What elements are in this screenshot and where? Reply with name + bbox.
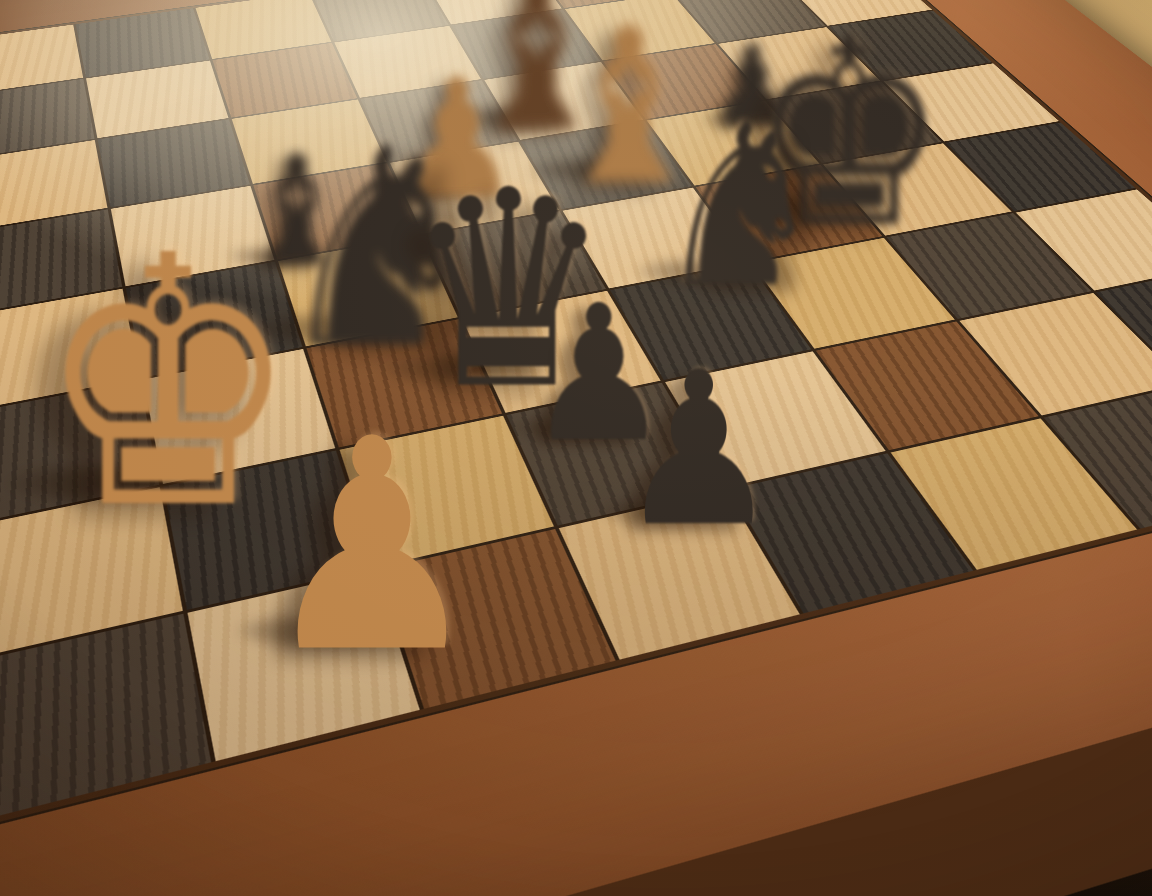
black-pawn-near[interactable]: ♟	[618, 344, 780, 556]
white-pawn-near[interactable]: ♟	[261, 400, 484, 692]
pieces-layer: ♝♟♝♟♚♝♞♞♛♟♚♟♟	[0, 0, 1152, 896]
black-knight-right[interactable]: ♞	[654, 94, 825, 319]
chess-photo-scene: ♝♟♝♟♚♝♞♞♛♟♚♟♟	[0, 0, 1152, 896]
